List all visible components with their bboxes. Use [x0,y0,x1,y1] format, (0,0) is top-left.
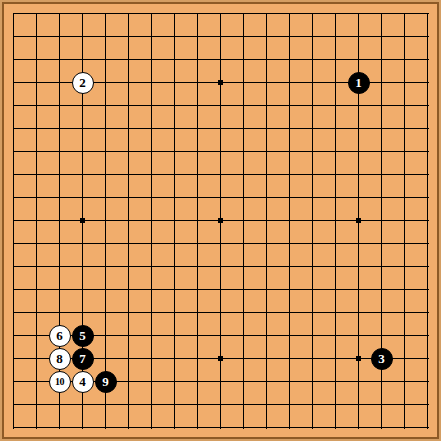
stone-move-number: 10 [55,377,64,387]
stone-black-5[interactable]: 5 [72,325,94,347]
stone-black-1[interactable]: 1 [348,72,370,94]
stone-black-7[interactable]: 7 [72,348,94,370]
stone-white-2[interactable]: 2 [72,72,94,94]
stone-move-number: 1 [355,76,362,89]
stone-move-number: 3 [378,352,385,365]
stone-white-4[interactable]: 4 [72,371,94,393]
board-intersections[interactable]: 12345678910 [2,2,439,439]
stone-black-3[interactable]: 3 [371,348,393,370]
stone-move-number: 6 [56,329,63,342]
stone-move-number: 4 [79,375,86,388]
stone-black-9[interactable]: 9 [95,371,117,393]
stone-move-number: 2 [79,76,86,89]
stone-move-number: 7 [79,352,86,365]
stone-move-number: 8 [56,352,63,365]
stone-move-number: 5 [79,329,86,342]
stone-white-6[interactable]: 6 [49,325,71,347]
stone-move-number: 9 [102,375,109,388]
go-board[interactable]: 12345678910 [0,0,441,441]
stone-white-8[interactable]: 8 [49,348,71,370]
stone-white-10[interactable]: 10 [49,371,71,393]
